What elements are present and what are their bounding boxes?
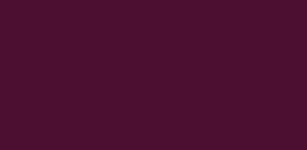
game-board bbox=[0, 0, 307, 150]
